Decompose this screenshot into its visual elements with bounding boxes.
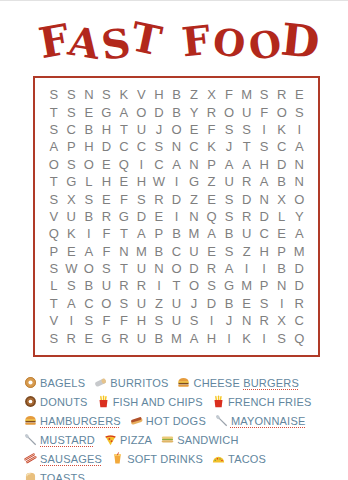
grid-cell: D [133,208,151,225]
grid-cell: E [150,208,168,225]
grid-cell: M [185,225,203,242]
grid-cell: M [133,243,151,260]
grid-cell: T [45,295,63,312]
grid-cell: O [168,121,186,138]
grid-cell: B [80,121,98,138]
grid-cell: Q [203,208,221,225]
word-list: BAGELSBURRITOSCHEESE BURGERSDONUTSFISH A… [24,374,326,480]
word-label: BURRITOS [110,377,168,389]
taco-icon [212,452,225,465]
grid-cell: D [273,156,291,173]
word-list-item: PIZZA [104,434,152,446]
grid-cell: B [150,243,168,260]
grid-cell: A [63,295,81,312]
grid-cell: C [185,138,203,155]
grid-cell: E [63,243,81,260]
grid-cell: T [45,173,63,190]
grid-cell: I [63,312,81,329]
grid-cell: N [150,260,168,277]
grid-cell: O [45,156,63,173]
grid-cell: B [220,295,238,312]
grid-cell: N [255,190,273,207]
grid-cell: H [203,329,221,346]
word-search-grid-box: SSNSKVHBZXFMSRETSEGAODBYROUFOSSCBHTUJOEF… [33,76,320,357]
grid-cell: F [115,190,133,207]
word-list-item: HOT DOGS [130,415,206,427]
grid-cell: B [273,260,291,277]
grid-cell: X [273,312,291,329]
grid-cell: L [273,208,291,225]
grid-cell: E [203,190,221,207]
grid-cell: F [98,243,116,260]
grid-cell: Z [185,190,203,207]
grid-cell: H [98,121,116,138]
grid-cell: S [80,190,98,207]
word-list-item: BURRITOS [94,377,168,389]
grid-cell: I [220,329,238,346]
grid-cell: Q [45,225,63,242]
grid-cell: C [80,295,98,312]
grid-cell: E [115,173,133,190]
grid-cell: E [80,329,98,346]
grid-cell: S [238,121,256,138]
grid-cell: L [80,173,98,190]
grid-cell: B [273,173,291,190]
grid-cell: T [115,225,133,242]
grid-cell: O [273,103,291,120]
grid-cell: K [273,121,291,138]
grid-cell: B [80,277,98,294]
grid-cell: Y [185,103,203,120]
grid-cell: X [273,190,291,207]
grid-cell: S [203,277,221,294]
grid-cell: E [273,225,291,242]
grid-cell: V [133,86,151,103]
pizza-icon [104,433,117,446]
grid-cell: O [133,103,151,120]
grid-cell: B [168,225,186,242]
grid-cell: N [238,312,256,329]
grid-cell: J [150,121,168,138]
grid-cell: H [150,86,168,103]
word-list-item: BAGELS [24,377,85,389]
grid-cell: I [273,295,291,312]
grid-cell: S [273,329,291,346]
grid-cell: X [63,190,81,207]
grid-cell: C [150,156,168,173]
word-label: BURGERS [243,377,299,389]
grid-cell: R [133,277,151,294]
grid-cell: V [45,208,63,225]
grid-cell: N [80,86,98,103]
grid-cell: S [63,103,81,120]
grid-cell: C [168,243,186,260]
grid-cell: S [290,103,308,120]
grid-cell: I [255,260,273,277]
grid-cell: I [80,225,98,242]
grid-cell: E [98,156,116,173]
grid-cell: A [290,225,308,242]
word-label: FRENCH FRIES [228,396,312,408]
title-letter: O [209,14,248,73]
grid-cell: U [220,173,238,190]
grid-cell: S [63,277,81,294]
grid-cell: W [63,260,81,277]
title-letter: T [126,7,169,72]
grid-cell: P [273,243,291,260]
grid-cell: H [255,243,273,260]
grid-cell: D [238,190,256,207]
grid-cell: Q [290,329,308,346]
grid-cell: F [203,121,221,138]
word-label: CHEESE [193,377,243,389]
grid-cell: I [255,121,273,138]
grid-cell: I [203,312,221,329]
grid-cell: A [255,173,273,190]
grid-cell: A [45,138,63,155]
grid-cell: I [255,329,273,346]
grid-cell: N [290,156,308,173]
grid-cell: D [290,277,308,294]
word-list-item: SANDWICH [161,434,239,446]
grid-cell: N [290,173,308,190]
grid-cell: Z [185,86,203,103]
grid-cell: R [238,173,256,190]
grid-cell: A [220,156,238,173]
tropical-drink-icon [111,452,124,465]
grid-cell: C [273,138,291,155]
word-label: SOFT DRINKS [127,453,203,465]
grid-cell: S [220,243,238,260]
grid-cell: A [80,243,98,260]
word-list-item: SOFT DRINKS [111,453,203,465]
grid-cell: S [220,208,238,225]
grid-cell: O [220,103,238,120]
grid-cell: R [150,190,168,207]
grid-cell: M [290,243,308,260]
word-list-item: DONUTS [24,396,88,408]
word-label: HOT DOGS [146,415,206,427]
grid-cell: N [115,243,133,260]
grid-cell: F [98,225,116,242]
grid-cell: S [98,260,116,277]
grid-cell: H [98,173,116,190]
grid-cell: C [290,312,308,329]
grid-cell: P [150,225,168,242]
grid-cell: O [80,156,98,173]
grid-cell: R [238,208,256,225]
word-label: FISH AND CHIPS [113,396,203,408]
grid-cell: F [115,312,133,329]
grid-cell: O [98,295,116,312]
grid-cell: W [150,173,168,190]
grid-cell: P [255,277,273,294]
grid-cell: A [185,329,203,346]
grid-cell: P [45,243,63,260]
grid-cell: B [168,86,186,103]
grid-cell: V [45,312,63,329]
grid-cell: S [63,86,81,103]
grid-cell: S [220,121,238,138]
grid-cell: I [150,277,168,294]
grid-cell: O [168,260,186,277]
grid-cell: A [290,138,308,155]
grid-cell: Q [115,156,133,173]
spoon-icon [215,414,228,427]
grid-cell: D [185,260,203,277]
grid-cell: B [220,225,238,242]
grid-cell: F [220,86,238,103]
grid-cell: R [115,329,133,346]
grid-cell: N [185,156,203,173]
grid-cell: B [150,329,168,346]
grid-cell: P [63,138,81,155]
grid-cell: U [238,225,256,242]
grid-cell: S [133,190,151,207]
word-list-item: FISH AND CHIPS [97,396,203,408]
grid-cell: H [255,156,273,173]
word-list-item: HAMBURGERS [24,415,121,427]
bagel-icon [24,376,37,389]
grid-cell: D [150,103,168,120]
spoon-icon [24,433,37,446]
grid-cell: U [133,295,151,312]
grid-cell: J [220,138,238,155]
grid-cell: S [45,260,63,277]
grid-cell: O [185,277,203,294]
grid-cell: F [255,103,273,120]
grid-cell: S [80,312,98,329]
word-search-grid: SSNSKVHBZXFMSRETSEGAODBYROUFOSSCBHTUJOEF… [45,86,308,347]
grid-cell: S [45,329,63,346]
grid-cell: I [238,260,256,277]
grid-cell: R [255,312,273,329]
word-list-item: TOASTS. [24,472,88,480]
grid-cell: O [80,260,98,277]
grid-cell: D [203,295,221,312]
fries-icon [212,395,225,408]
bacon-icon [24,452,37,465]
grid-cell: Z [150,295,168,312]
word-label: TOASTS. [40,472,88,480]
grid-cell: B [168,103,186,120]
grid-cell: E [238,295,256,312]
word-label: TACOS [228,453,266,465]
bread-icon [24,471,37,480]
grid-cell: G [98,329,116,346]
grid-cell: D [255,208,273,225]
grid-cell: S [115,295,133,312]
grid-cell: N [273,277,291,294]
grid-cell: J [220,312,238,329]
hotdog-icon [130,414,143,427]
grid-cell: K [238,329,256,346]
grid-cell: K [203,138,221,155]
grid-cell: A [203,225,221,242]
grid-cell: N [185,208,203,225]
grid-cell: B [80,208,98,225]
grid-cell: R [290,295,308,312]
grid-cell: I [168,208,186,225]
grid-cell: C [115,138,133,155]
grid-cell: J [185,295,203,312]
grid-cell: F [98,312,116,329]
grid-cell: S [45,121,63,138]
grid-cell: Z [203,173,221,190]
grid-cell: M [168,329,186,346]
word-list-item: CHEESE BURGERS [177,377,299,389]
word-label: SANDWICH [177,434,239,446]
grid-cell: T [115,260,133,277]
grid-cell: I [168,173,186,190]
grid-cell: A [133,225,151,242]
grid-cell: G [220,277,238,294]
grid-cell: C [63,121,81,138]
word-label: PIZZA [120,434,152,446]
grid-cell: X [203,86,221,103]
grid-cell: Y [290,208,308,225]
word-label: MAYONNAISE [231,415,306,427]
title-letter: F [179,10,215,73]
grid-cell: E [98,190,116,207]
grid-cell: I [290,121,308,138]
grid-cell: E [203,243,221,260]
grid-cell: G [115,208,133,225]
grid-cell: L [45,277,63,294]
grid-cell: S [150,138,168,155]
grid-cell: A [168,156,186,173]
grid-cell: M [238,86,256,103]
grid-cell: U [133,329,151,346]
grid-cell: R [273,86,291,103]
burger-icon [24,414,37,427]
sandwich-icon [161,433,174,446]
grid-cell: O [290,190,308,207]
grid-cell: C [255,225,273,242]
grid-cell: U [63,208,81,225]
page-title: FAST FOOD [40,11,348,71]
grid-cell: U [168,312,186,329]
grid-cell: S [63,156,81,173]
grid-cell: H [133,312,151,329]
word-list-item: MAYONNAISE [215,415,306,427]
grid-cell: A [238,156,256,173]
burger-icon [177,376,190,389]
word-label: HAMBURGERS [40,415,121,427]
grid-cell: S [255,138,273,155]
word-list-item: FRENCH FRIES [212,396,312,408]
grid-cell: A [115,103,133,120]
grid-cell: R [115,277,133,294]
grid-cell: H [80,138,98,155]
grid-cell: G [185,173,203,190]
grid-cell: E [80,103,98,120]
word-list-item: TACOS [212,453,266,465]
grid-cell: S [255,86,273,103]
grid-cell: U [133,121,151,138]
grid-cell: E [290,86,308,103]
grid-cell: U [98,277,116,294]
word-label: SAUSAGES [40,453,102,465]
grid-cell: S [220,190,238,207]
grid-cell: S [45,190,63,207]
grid-cell: T [238,138,256,155]
title-letter: D [278,6,324,76]
grid-cell: Z [238,243,256,260]
grid-cell: S [98,86,116,103]
grid-cell: N [168,138,186,155]
donut-icon [24,395,37,408]
word-label: MUSTARD [40,434,95,446]
word-list-item: SAUSAGES [24,453,102,465]
grid-cell: T [115,121,133,138]
grid-cell: G [63,173,81,190]
grid-cell: P [203,156,221,173]
grid-cell: E [185,121,203,138]
grid-cell: K [115,86,133,103]
page-root: { "game": "word-search", "title": "FAST … [0,0,348,480]
grid-cell: R [203,103,221,120]
word-label: BAGELS [40,377,85,389]
grid-cell: U [168,295,186,312]
word-label: DONUTS [40,396,88,408]
fries-icon [97,395,110,408]
grid-cell: U [238,103,256,120]
grid-cell: K [63,225,81,242]
grid-cell: C [133,138,151,155]
grid-cell: M [238,277,256,294]
grid-cell: I [133,156,151,173]
grid-cell: S [150,312,168,329]
grid-cell: R [63,329,81,346]
grid-cell: U [133,260,151,277]
grid-cell: U [185,243,203,260]
grid-cell: S [255,295,273,312]
grid-cell: H [133,173,151,190]
grid-cell: D [98,138,116,155]
grid-cell: S [185,312,203,329]
grid-cell: R [98,208,116,225]
grid-cell: T [45,103,63,120]
grid-cell: A [220,260,238,277]
word-list-item: MUSTARD [24,434,95,446]
grid-cell: D [168,190,186,207]
grid-cell: D [290,260,308,277]
burrito-icon [94,376,107,389]
grid-cell: T [168,277,186,294]
grid-cell: R [203,260,221,277]
grid-cell: G [98,103,116,120]
grid-cell: S [45,86,63,103]
